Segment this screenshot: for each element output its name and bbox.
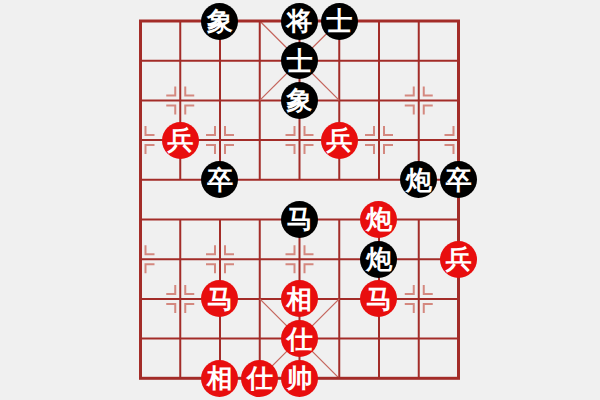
red-advisor[interactable]: 仕: [241, 360, 278, 397]
red-cannon[interactable]: 炮: [360, 201, 397, 238]
black-advisor[interactable]: 士: [321, 3, 358, 40]
black-elephant[interactable]: 象: [201, 3, 238, 40]
xiangqi-board: 象将士士象兵兵卒炮卒马炮炮兵马相马仕相仕帅: [0, 0, 600, 400]
black-horse[interactable]: 马: [281, 201, 318, 238]
red-horse[interactable]: 马: [360, 280, 397, 317]
red-elephant[interactable]: 相: [281, 280, 318, 317]
black-soldier[interactable]: 卒: [201, 161, 238, 198]
piece-layer: 象将士士象兵兵卒炮卒马炮炮兵马相马仕相仕帅: [121, 1, 479, 398]
red-elephant[interactable]: 相: [201, 360, 238, 397]
red-general[interactable]: 帅: [281, 360, 318, 397]
black-advisor[interactable]: 士: [281, 42, 318, 79]
black-cannon[interactable]: 炮: [360, 241, 397, 278]
red-advisor[interactable]: 仕: [281, 320, 318, 357]
black-cannon[interactable]: 炮: [400, 161, 437, 198]
red-soldier[interactable]: 兵: [440, 241, 477, 278]
red-soldier[interactable]: 兵: [162, 122, 199, 159]
black-elephant[interactable]: 象: [281, 82, 318, 119]
black-soldier[interactable]: 卒: [440, 161, 477, 198]
red-horse[interactable]: 马: [201, 280, 238, 317]
black-general[interactable]: 将: [281, 3, 318, 40]
red-soldier[interactable]: 兵: [321, 122, 358, 159]
